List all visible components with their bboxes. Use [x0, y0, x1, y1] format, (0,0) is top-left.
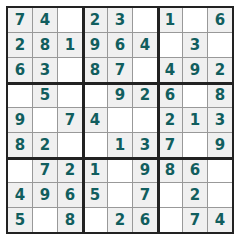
cell-r7c5[interactable]: [108, 158, 132, 182]
cell-r7c4: 1: [83, 158, 107, 182]
cell-r5c6[interactable]: [133, 108, 157, 132]
cell-r9c4[interactable]: [83, 208, 107, 232]
cell-r3c8: 9: [183, 58, 207, 82]
cell-r8c1: 4: [8, 183, 32, 207]
cell-r6c8[interactable]: [183, 133, 207, 157]
cell-r2c6: 4: [133, 33, 157, 57]
cell-r4c1[interactable]: [8, 83, 32, 107]
cell-r3c6[interactable]: [133, 58, 157, 82]
cell-r1c8[interactable]: [183, 8, 207, 32]
cell-r3c9: 2: [208, 58, 232, 82]
cell-r1c3[interactable]: [58, 8, 82, 32]
cell-r5c3: 7: [58, 108, 82, 132]
cell-r2c7[interactable]: [158, 33, 182, 57]
cell-r3c4: 8: [83, 58, 107, 82]
cell-r5c4: 4: [83, 108, 107, 132]
cell-r7c3: 2: [58, 158, 82, 182]
cell-r3c3[interactable]: [58, 58, 82, 82]
cell-r3c7: 4: [158, 58, 182, 82]
cell-r5c8: 1: [183, 108, 207, 132]
sudoku-board: 7423162819643638749259268974213821379721…: [6, 6, 234, 234]
cell-r7c1[interactable]: [8, 158, 32, 182]
cell-r1c1: 7: [8, 8, 32, 32]
cell-r8c5[interactable]: [108, 183, 132, 207]
cell-r7c6: 9: [133, 158, 157, 182]
cell-r9c7[interactable]: [158, 208, 182, 232]
cell-r7c8: 6: [183, 158, 207, 182]
cell-r3c2: 3: [33, 58, 57, 82]
cell-r4c8[interactable]: [183, 83, 207, 107]
cell-r8c3: 6: [58, 183, 82, 207]
cell-r4c5: 9: [108, 83, 132, 107]
cell-r4c7: 6: [158, 83, 182, 107]
cell-r2c2: 8: [33, 33, 57, 57]
cell-r1c9: 6: [208, 8, 232, 32]
cell-r9c3: 8: [58, 208, 82, 232]
cell-r6c3[interactable]: [58, 133, 82, 157]
cell-r1c5: 3: [108, 8, 132, 32]
cell-r3c5: 7: [108, 58, 132, 82]
cell-r5c5[interactable]: [108, 108, 132, 132]
cell-r6c6: 3: [133, 133, 157, 157]
cell-r6c5: 1: [108, 133, 132, 157]
cell-r9c8: 7: [183, 208, 207, 232]
cell-r5c1: 9: [8, 108, 32, 132]
cell-r4c9: 8: [208, 83, 232, 107]
cell-r8c7[interactable]: [158, 183, 182, 207]
cell-r4c2: 5: [33, 83, 57, 107]
cell-r6c7: 7: [158, 133, 182, 157]
cell-r6c2: 2: [33, 133, 57, 157]
cell-r8c4: 5: [83, 183, 107, 207]
cell-r4c4[interactable]: [83, 83, 107, 107]
cell-r6c4[interactable]: [83, 133, 107, 157]
cell-r4c6: 2: [133, 83, 157, 107]
cell-r3c1: 6: [8, 58, 32, 82]
cell-r9c2[interactable]: [33, 208, 57, 232]
cell-r2c4: 9: [83, 33, 107, 57]
cell-r9c1: 5: [8, 208, 32, 232]
cell-r9c6: 6: [133, 208, 157, 232]
cell-r9c9: 4: [208, 208, 232, 232]
cell-r8c2: 9: [33, 183, 57, 207]
cell-r1c7: 1: [158, 8, 182, 32]
cell-r6c1: 8: [8, 133, 32, 157]
cell-r6c9: 9: [208, 133, 232, 157]
cell-r7c2: 7: [33, 158, 57, 182]
cell-r8c6: 7: [133, 183, 157, 207]
cell-r5c7: 2: [158, 108, 182, 132]
cell-r7c7: 8: [158, 158, 182, 182]
cell-r2c3: 1: [58, 33, 82, 57]
cell-r2c9[interactable]: [208, 33, 232, 57]
cell-r2c5: 6: [108, 33, 132, 57]
cell-r4c3[interactable]: [58, 83, 82, 107]
cell-r5c9: 3: [208, 108, 232, 132]
cell-r2c8: 3: [183, 33, 207, 57]
cell-r8c9[interactable]: [208, 183, 232, 207]
cell-r2c1: 2: [8, 33, 32, 57]
cell-r7c9[interactable]: [208, 158, 232, 182]
cell-r9c5: 2: [108, 208, 132, 232]
cell-r1c4: 2: [83, 8, 107, 32]
cell-r5c2[interactable]: [33, 108, 57, 132]
cell-r8c8: 2: [183, 183, 207, 207]
cell-r1c6[interactable]: [133, 8, 157, 32]
cell-r1c2: 4: [33, 8, 57, 32]
